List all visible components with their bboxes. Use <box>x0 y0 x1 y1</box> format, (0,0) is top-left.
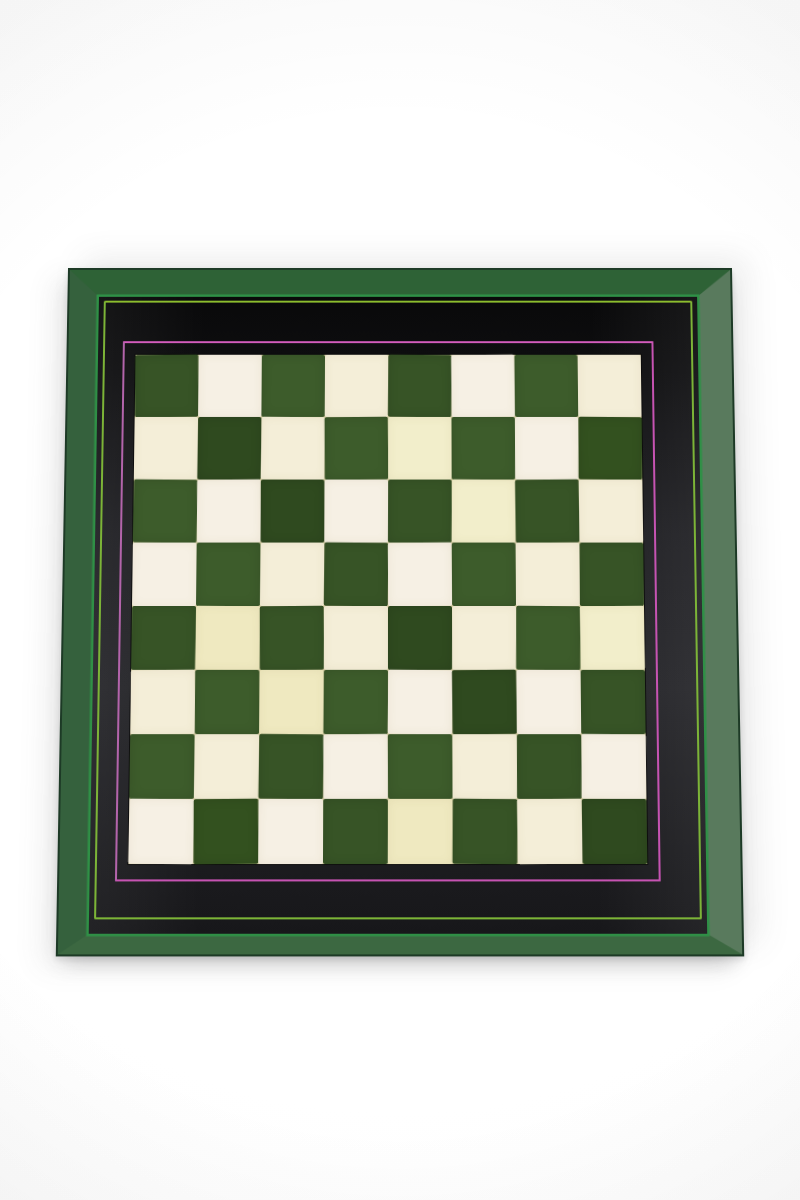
game-board-tray <box>56 268 744 956</box>
board-square[interactable] <box>517 734 582 799</box>
board-square[interactable] <box>259 670 324 734</box>
board-square[interactable] <box>325 355 389 417</box>
board-square[interactable] <box>132 542 196 606</box>
board-square[interactable] <box>195 670 260 735</box>
board-square[interactable] <box>324 542 389 606</box>
board-square[interactable] <box>128 799 194 865</box>
board-square[interactable] <box>196 543 260 606</box>
board-square[interactable] <box>579 479 644 542</box>
board-square[interactable] <box>452 734 517 799</box>
board-square[interactable] <box>388 606 452 670</box>
checkerboard <box>128 355 647 864</box>
board-square[interactable] <box>258 799 323 864</box>
board-square[interactable] <box>580 542 644 606</box>
board-square[interactable] <box>388 355 452 418</box>
board-square[interactable] <box>580 606 645 670</box>
board-square[interactable] <box>261 355 325 417</box>
photo-backdrop <box>0 0 800 1200</box>
board-square[interactable] <box>388 799 453 864</box>
board-square[interactable] <box>323 670 388 735</box>
board-square[interactable] <box>129 734 194 799</box>
board-square[interactable] <box>260 606 324 670</box>
board-square[interactable] <box>388 670 453 735</box>
black-mat <box>89 297 707 934</box>
board-square[interactable] <box>452 542 516 606</box>
board-square[interactable] <box>324 480 388 543</box>
board-square[interactable] <box>195 606 260 670</box>
board-square[interactable] <box>197 479 261 542</box>
board-square[interactable] <box>323 799 388 864</box>
board-square[interactable] <box>582 799 648 864</box>
board-square[interactable] <box>193 799 258 865</box>
board-square[interactable] <box>388 479 452 542</box>
board-square[interactable] <box>581 670 646 734</box>
board-square[interactable] <box>194 734 259 799</box>
board-square[interactable] <box>325 417 389 480</box>
board-square[interactable] <box>451 417 515 480</box>
board-square[interactable] <box>388 542 452 606</box>
board-square[interactable] <box>452 606 516 670</box>
board-square[interactable] <box>388 734 453 799</box>
board-square[interactable] <box>131 606 196 670</box>
board-square[interactable] <box>452 479 516 542</box>
board-square[interactable] <box>261 417 325 480</box>
board-square[interactable] <box>515 417 579 480</box>
board-square[interactable] <box>260 542 324 606</box>
board-square[interactable] <box>516 606 580 670</box>
board-square[interactable] <box>451 355 515 418</box>
board-square[interactable] <box>516 543 580 606</box>
board-square[interactable] <box>452 670 517 735</box>
board-square[interactable] <box>135 355 199 418</box>
board-square[interactable] <box>514 355 578 417</box>
board-square[interactable] <box>261 479 325 542</box>
board-square[interactable] <box>388 417 452 480</box>
board-square[interactable] <box>516 670 581 735</box>
board-square[interactable] <box>578 417 642 480</box>
board-square[interactable] <box>578 355 642 417</box>
board-square[interactable] <box>198 355 262 417</box>
wooden-frame <box>58 270 742 954</box>
board-square[interactable] <box>515 479 580 542</box>
board-square[interactable] <box>581 734 646 799</box>
board-square[interactable] <box>258 734 323 799</box>
board-square[interactable] <box>323 734 388 799</box>
board-square[interactable] <box>452 799 517 865</box>
board-square[interactable] <box>517 799 583 865</box>
board-square[interactable] <box>134 417 198 480</box>
board-square[interactable] <box>130 670 195 735</box>
board-square[interactable] <box>324 606 388 670</box>
board-square[interactable] <box>133 479 198 542</box>
board-square[interactable] <box>197 417 261 480</box>
